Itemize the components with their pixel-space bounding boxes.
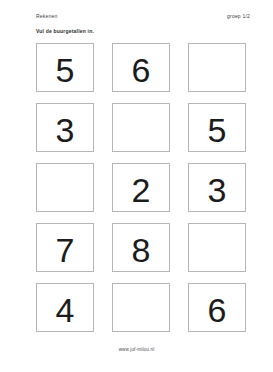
- number-cell-empty[interactable]: [36, 163, 94, 212]
- instruction-text: Vul de buurgetallen in.: [36, 28, 94, 34]
- number-cell-given: 5: [188, 103, 246, 152]
- worksheet-subject-label: Rekenen: [36, 13, 57, 19]
- number-cell-given: 5: [36, 43, 94, 92]
- worksheet-group-label: groep 1/2: [227, 13, 250, 19]
- number-cell-empty[interactable]: [112, 283, 170, 332]
- number-cell-empty[interactable]: [188, 223, 246, 272]
- worksheet-page: Rekenen groep 1/2 Vul de buurgetallen in…: [0, 0, 273, 372]
- number-cell-given: 2: [112, 163, 170, 212]
- number-cell-given: 6: [112, 43, 170, 92]
- number-cell-given: 3: [188, 163, 246, 212]
- website-url: www.juf-milou.nl: [0, 347, 273, 352]
- number-cell-given: 7: [36, 223, 94, 272]
- number-cell-empty[interactable]: [112, 103, 170, 152]
- number-cell-given: 8: [112, 223, 170, 272]
- number-cell-empty[interactable]: [188, 43, 246, 92]
- number-cell-given: 3: [36, 103, 94, 152]
- number-cell-given: 4: [36, 283, 94, 332]
- worksheet-header: Rekenen groep 1/2: [36, 13, 250, 19]
- number-cell-given: 6: [188, 283, 246, 332]
- number-grid: 5 6 3 5 2 3 7 8 4 6: [36, 43, 246, 332]
